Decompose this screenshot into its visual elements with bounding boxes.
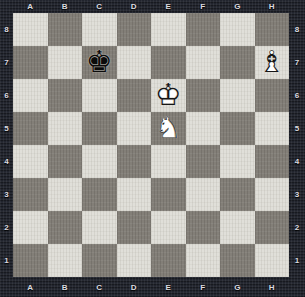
square-c5[interactable] — [82, 112, 117, 145]
square-h7[interactable]: ♝♗ — [255, 46, 290, 79]
square-f1[interactable] — [186, 244, 221, 277]
white-king-outline-glyph: ♔ — [151, 78, 186, 111]
chess-board: ABCDEFGH887♚♝♗76♚♔65♞♘544332211ABCDEFGH — [0, 0, 305, 297]
rank-label-3-right: 3 — [289, 178, 305, 211]
square-g8[interactable] — [220, 13, 255, 46]
square-b2[interactable] — [48, 211, 83, 244]
square-e1[interactable] — [151, 244, 186, 277]
black-king-glyph: ♚ — [82, 45, 117, 78]
square-b5[interactable] — [48, 112, 83, 145]
square-e3[interactable] — [151, 178, 186, 211]
square-h6[interactable] — [255, 79, 290, 112]
square-a4[interactable] — [13, 145, 48, 178]
square-f4[interactable] — [186, 145, 221, 178]
square-f7[interactable] — [186, 46, 221, 79]
rank-label-3-left: 3 — [0, 178, 13, 211]
square-c1[interactable] — [82, 244, 117, 277]
square-g5[interactable] — [220, 112, 255, 145]
square-b6[interactable] — [48, 79, 83, 112]
border-corner — [289, 277, 305, 297]
square-b7[interactable] — [48, 46, 83, 79]
rank-label-8-right: 8 — [289, 13, 305, 46]
square-d8[interactable] — [117, 13, 152, 46]
piece-white-king[interactable]: ♚♔ — [151, 79, 186, 112]
rank-label-7-right: 7 — [289, 46, 305, 79]
file-label-d-bottom: D — [117, 277, 152, 297]
square-d4[interactable] — [117, 145, 152, 178]
square-e2[interactable] — [151, 211, 186, 244]
square-f3[interactable] — [186, 178, 221, 211]
border-corner — [0, 0, 13, 13]
square-c2[interactable] — [82, 211, 117, 244]
square-d6[interactable] — [117, 79, 152, 112]
chess-board-window: ABCDEFGH887♚♝♗76♚♔65♞♘544332211ABCDEFGH — [0, 0, 305, 297]
square-h3[interactable] — [255, 178, 290, 211]
square-d5[interactable] — [117, 112, 152, 145]
file-label-g-bottom: G — [220, 277, 255, 297]
file-label-f-bottom: F — [186, 277, 221, 297]
square-d3[interactable] — [117, 178, 152, 211]
border-corner — [0, 277, 13, 297]
piece-black-king[interactable]: ♚ — [82, 46, 117, 79]
square-g3[interactable] — [220, 178, 255, 211]
square-f2[interactable] — [186, 211, 221, 244]
rank-label-4-right: 4 — [289, 145, 305, 178]
square-a2[interactable] — [13, 211, 48, 244]
square-h8[interactable] — [255, 13, 290, 46]
piece-white-bishop[interactable]: ♝♗ — [255, 46, 290, 79]
square-d7[interactable] — [117, 46, 152, 79]
square-h4[interactable] — [255, 145, 290, 178]
square-c7[interactable]: ♚ — [82, 46, 117, 79]
square-f5[interactable] — [186, 112, 221, 145]
rank-label-8-left: 8 — [0, 13, 13, 46]
file-label-h-bottom: H — [255, 277, 290, 297]
rank-label-5-left: 5 — [0, 112, 13, 145]
rank-label-1-left: 1 — [0, 244, 13, 277]
square-a8[interactable] — [13, 13, 48, 46]
file-label-c-top: C — [82, 0, 117, 13]
square-g7[interactable] — [220, 46, 255, 79]
white-knight-outline-glyph: ♘ — [151, 111, 186, 144]
square-e8[interactable] — [151, 13, 186, 46]
file-label-e-top: E — [151, 0, 186, 13]
square-g6[interactable] — [220, 79, 255, 112]
rank-label-2-right: 2 — [289, 211, 305, 244]
square-b1[interactable] — [48, 244, 83, 277]
square-a1[interactable] — [13, 244, 48, 277]
square-f8[interactable] — [186, 13, 221, 46]
square-d2[interactable] — [117, 211, 152, 244]
white-bishop-outline-glyph: ♗ — [255, 45, 290, 78]
square-f6[interactable] — [186, 79, 221, 112]
square-c8[interactable] — [82, 13, 117, 46]
square-e7[interactable] — [151, 46, 186, 79]
file-label-a-bottom: A — [13, 277, 48, 297]
border-corner — [289, 0, 305, 13]
square-e6[interactable]: ♚♔ — [151, 79, 186, 112]
square-b8[interactable] — [48, 13, 83, 46]
file-label-e-bottom: E — [151, 277, 186, 297]
rank-label-5-right: 5 — [289, 112, 305, 145]
file-label-b-bottom: B — [48, 277, 83, 297]
square-b4[interactable] — [48, 145, 83, 178]
square-h2[interactable] — [255, 211, 290, 244]
rank-label-4-left: 4 — [0, 145, 13, 178]
square-a6[interactable] — [13, 79, 48, 112]
file-label-c-bottom: C — [82, 277, 117, 297]
square-g1[interactable] — [220, 244, 255, 277]
square-a3[interactable] — [13, 178, 48, 211]
rank-label-2-left: 2 — [0, 211, 13, 244]
file-label-g-top: G — [220, 0, 255, 13]
square-h5[interactable] — [255, 112, 290, 145]
square-g4[interactable] — [220, 145, 255, 178]
file-label-b-top: B — [48, 0, 83, 13]
rank-label-7-left: 7 — [0, 46, 13, 79]
square-e5[interactable]: ♞♘ — [151, 112, 186, 145]
square-d1[interactable] — [117, 244, 152, 277]
rank-label-1-right: 1 — [289, 244, 305, 277]
file-label-d-top: D — [117, 0, 152, 13]
piece-white-knight[interactable]: ♞♘ — [151, 112, 186, 145]
square-e4[interactable] — [151, 145, 186, 178]
square-c4[interactable] — [82, 145, 117, 178]
square-g2[interactable] — [220, 211, 255, 244]
rank-label-6-right: 6 — [289, 79, 305, 112]
file-label-a-top: A — [13, 0, 48, 13]
file-label-h-top: H — [255, 0, 290, 13]
square-a7[interactable] — [13, 46, 48, 79]
square-c3[interactable] — [82, 178, 117, 211]
square-b3[interactable] — [48, 178, 83, 211]
square-a5[interactable] — [13, 112, 48, 145]
square-c6[interactable] — [82, 79, 117, 112]
rank-label-6-left: 6 — [0, 79, 13, 112]
file-label-f-top: F — [186, 0, 221, 13]
square-h1[interactable] — [255, 244, 290, 277]
